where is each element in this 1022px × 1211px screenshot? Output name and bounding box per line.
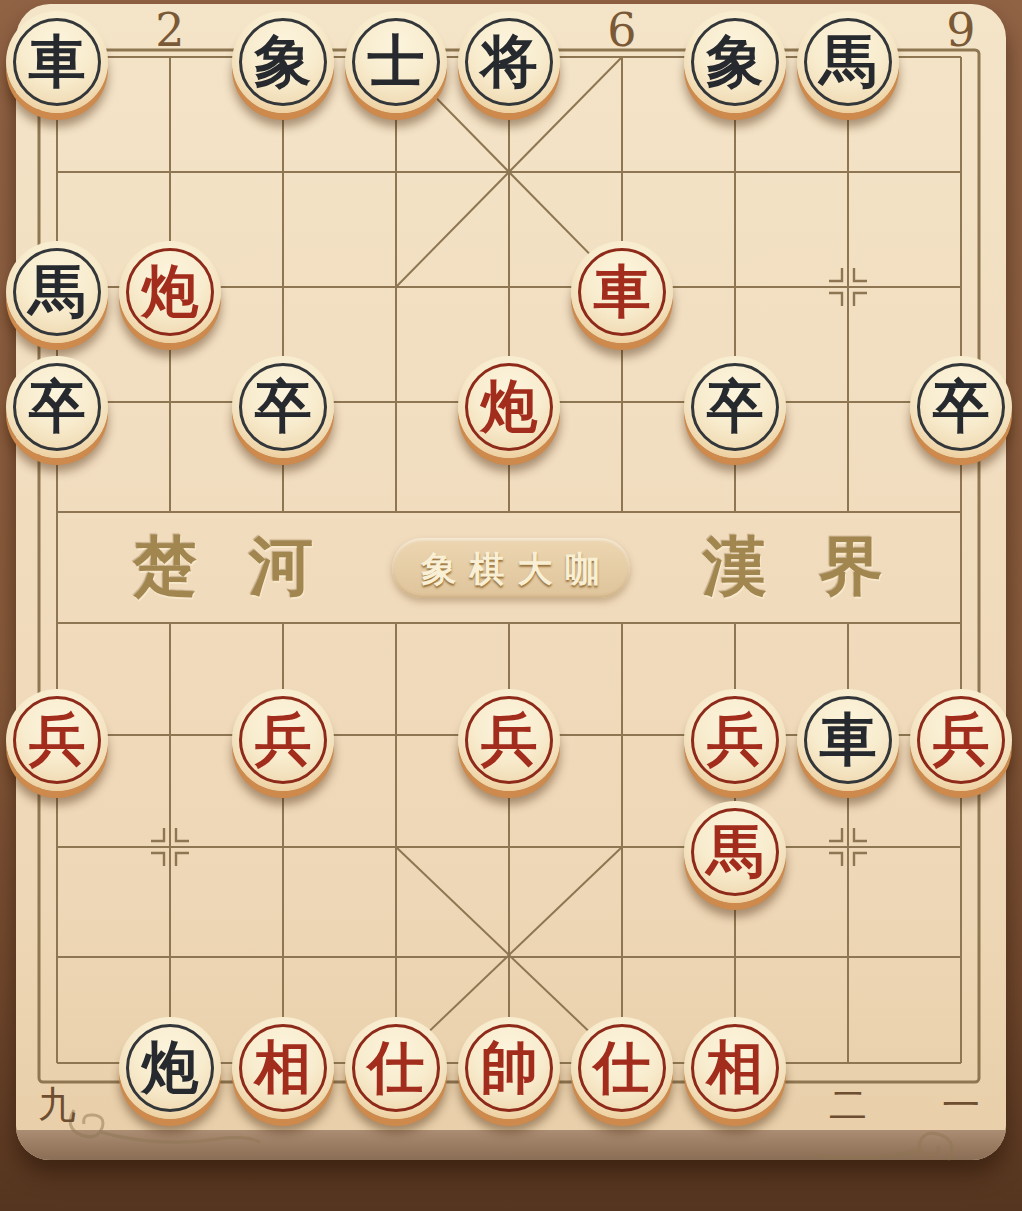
piece-red-elephant-c1[interactable]: 相 [232,1017,334,1119]
file-label-top-2: 2 [155,7,184,53]
piece-black-soldier-c7[interactable]: 卒 [232,356,334,458]
piece-character: 馬 [707,822,764,883]
piece-black-soldier-a7[interactable]: 卒 [6,356,108,458]
piece-face: 帥 [465,1024,553,1112]
piece-character: 車 [820,710,877,771]
piece-character: 仕 [594,1038,651,1099]
piece-character: 車 [594,262,651,323]
piece-face: 仕 [578,1024,666,1112]
piece-character: 卒 [255,377,312,438]
piece-red-cannon-e7[interactable]: 炮 [458,356,560,458]
piece-character: 卒 [707,377,764,438]
piece-face: 士 [352,18,440,106]
piece-character: 兵 [255,710,312,771]
piece-face: 卒 [13,363,101,451]
piece-character: 卒 [29,377,86,438]
piece-face: 兵 [691,696,779,784]
piece-character: 相 [707,1038,764,1099]
piece-red-soldier-c4[interactable]: 兵 [232,689,334,791]
piece-face: 車 [578,248,666,336]
file-label-bottom-7: 二 [829,1086,867,1124]
piece-black-chariot-a10[interactable]: 車 [6,11,108,113]
piece-character: 兵 [29,710,86,771]
piece-face: 卒 [917,363,1005,451]
piece-character: 車 [29,32,86,93]
piece-face: 象 [239,18,327,106]
piece-face: 卒 [239,363,327,451]
piece-black-horse-a8[interactable]: 馬 [6,241,108,343]
piece-face: 兵 [239,696,327,784]
piece-character: 炮 [481,377,538,438]
piece-face: 馬 [13,248,101,336]
piece-character: 兵 [933,710,990,771]
piece-face: 卒 [691,363,779,451]
piece-red-soldier-e4[interactable]: 兵 [458,689,560,791]
piece-black-horse-h10[interactable]: 馬 [797,11,899,113]
piece-black-elephant-g10[interactable]: 象 [684,11,786,113]
piece-face: 相 [239,1024,327,1112]
piece-character: 将 [481,32,538,93]
piece-face: 仕 [352,1024,440,1112]
piece-face: 炮 [465,363,553,451]
piece-face: 車 [13,18,101,106]
piece-black-cannon-b1[interactable]: 炮 [119,1017,221,1119]
piece-face: 兵 [917,696,1005,784]
piece-character: 馬 [29,262,86,323]
piece-face: 兵 [465,696,553,784]
piece-character: 相 [255,1038,312,1099]
piece-black-general-e10[interactable]: 将 [458,11,560,113]
river-label-chuhe: 楚河 [133,534,365,598]
piece-character: 象 [707,32,764,93]
piece-black-chariot-h4[interactable]: 車 [797,689,899,791]
piece-character: 兵 [707,710,764,771]
piece-character: 卒 [933,377,990,438]
piece-character: 兵 [481,710,538,771]
piece-black-soldier-i7[interactable]: 卒 [910,356,1012,458]
piece-character: 士 [368,32,425,93]
river-label-hanjie: 漢界 [703,534,935,598]
piece-face: 車 [804,696,892,784]
piece-character: 炮 [142,1038,199,1099]
piece-red-elephant-g1[interactable]: 相 [684,1017,786,1119]
file-label-top-6: 6 [607,7,636,53]
piece-character: 帥 [481,1038,538,1099]
piece-character: 馬 [820,32,877,93]
piece-face: 炮 [126,1024,214,1112]
file-label-bottom-0: 九 [38,1086,76,1124]
piece-face: 相 [691,1024,779,1112]
piece-red-advisor-d1[interactable]: 仕 [345,1017,447,1119]
piece-black-elephant-c10[interactable]: 象 [232,11,334,113]
piece-red-chariot-f8[interactable]: 車 [571,241,673,343]
piece-black-advisor-d10[interactable]: 士 [345,11,447,113]
piece-face: 馬 [691,808,779,896]
piece-black-soldier-g7[interactable]: 卒 [684,356,786,458]
xiangqi-app: 楚河 漢界 象棋大咖 269九二一 車象士将象馬馬炮車卒卒炮卒卒兵兵兵兵車兵馬炮… [0,0,1022,1211]
piece-red-soldier-g4[interactable]: 兵 [684,689,786,791]
piece-red-soldier-i4[interactable]: 兵 [910,689,1012,791]
piece-character: 炮 [142,262,199,323]
piece-face: 将 [465,18,553,106]
piece-face: 兵 [13,696,101,784]
piece-red-advisor-f1[interactable]: 仕 [571,1017,673,1119]
app-badge: 象棋大咖 [392,538,630,598]
app-badge-text: 象棋大咖 [409,551,614,586]
piece-red-general-e1[interactable]: 帥 [458,1017,560,1119]
piece-red-cannon-b8[interactable]: 炮 [119,241,221,343]
file-label-top-9: 9 [946,7,975,53]
piece-character: 象 [255,32,312,93]
piece-red-soldier-a4[interactable]: 兵 [6,689,108,791]
piece-face: 象 [691,18,779,106]
piece-red-horse-g3[interactable]: 馬 [684,801,786,903]
piece-face: 炮 [126,248,214,336]
piece-character: 仕 [368,1038,425,1099]
piece-face: 馬 [804,18,892,106]
file-label-bottom-8: 一 [942,1086,980,1124]
ornament-bottom-right [814,1133,952,1160]
